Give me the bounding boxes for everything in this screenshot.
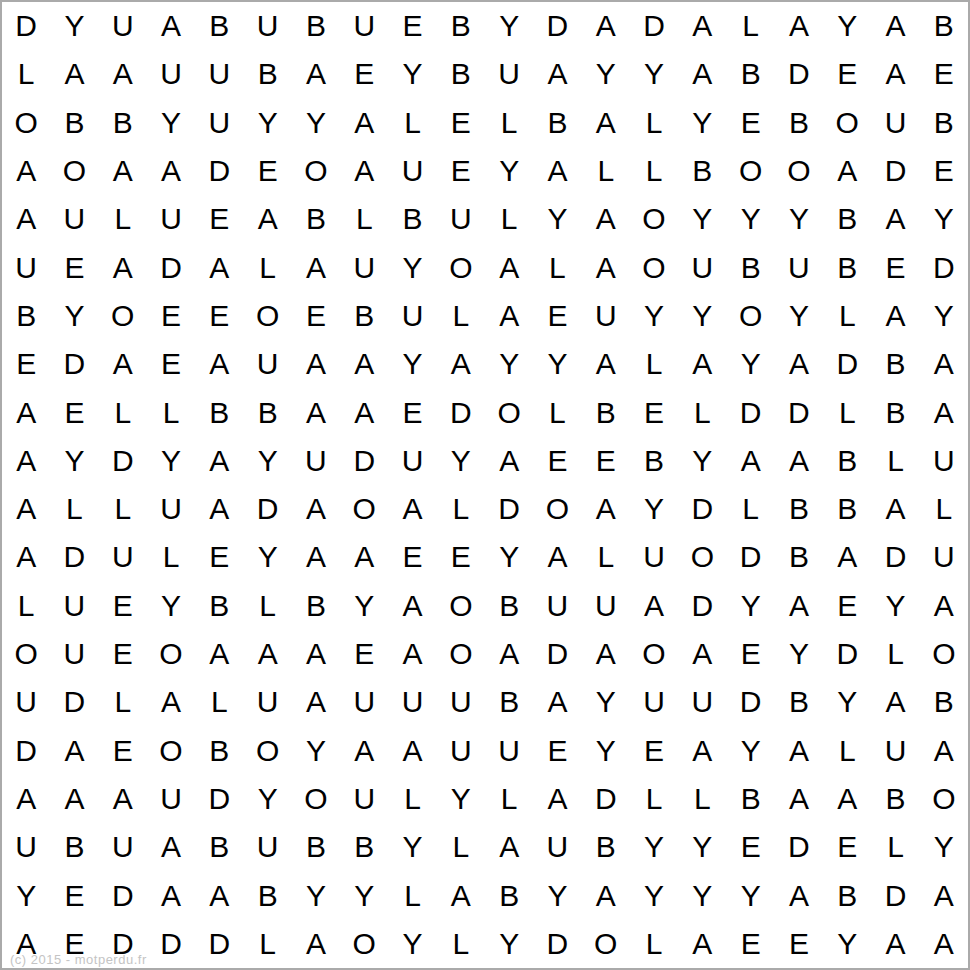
grid-cell[interactable]: B: [243, 871, 291, 919]
grid-cell[interactable]: A: [2, 775, 50, 823]
grid-cell[interactable]: B: [678, 147, 726, 195]
grid-cell[interactable]: A: [195, 243, 243, 291]
grid-cell[interactable]: L: [243, 582, 291, 630]
grid-cell[interactable]: B: [437, 2, 485, 50]
grid-cell[interactable]: B: [920, 99, 968, 147]
grid-cell[interactable]: A: [582, 630, 630, 678]
grid-cell[interactable]: E: [726, 920, 774, 968]
grid-cell[interactable]: Y: [920, 292, 968, 340]
grid-cell[interactable]: O: [775, 147, 823, 195]
grid-cell[interactable]: O: [678, 533, 726, 581]
grid-cell[interactable]: E: [388, 2, 436, 50]
grid-cell[interactable]: Y: [678, 99, 726, 147]
grid-cell[interactable]: B: [50, 99, 98, 147]
grid-cell[interactable]: B: [775, 533, 823, 581]
grid-cell[interactable]: A: [871, 292, 919, 340]
grid-cell[interactable]: B: [340, 823, 388, 871]
grid-cell[interactable]: A: [99, 340, 147, 388]
grid-cell[interactable]: O: [582, 920, 630, 968]
grid-cell[interactable]: D: [2, 726, 50, 774]
grid-cell[interactable]: E: [99, 630, 147, 678]
grid-cell[interactable]: B: [243, 50, 291, 98]
grid-cell[interactable]: L: [99, 678, 147, 726]
grid-cell[interactable]: D: [50, 678, 98, 726]
grid-cell[interactable]: L: [437, 823, 485, 871]
grid-cell[interactable]: E: [50, 243, 98, 291]
grid-cell[interactable]: D: [823, 630, 871, 678]
grid-cell[interactable]: L: [582, 533, 630, 581]
grid-cell[interactable]: A: [775, 340, 823, 388]
grid-cell[interactable]: B: [485, 871, 533, 919]
grid-cell[interactable]: D: [726, 388, 774, 436]
grid-cell[interactable]: A: [582, 485, 630, 533]
grid-cell[interactable]: L: [388, 871, 436, 919]
grid-cell[interactable]: O: [2, 99, 50, 147]
grid-cell[interactable]: O: [2, 630, 50, 678]
grid-cell[interactable]: B: [340, 292, 388, 340]
grid-cell[interactable]: D: [2, 2, 50, 50]
grid-cell[interactable]: Y: [726, 340, 774, 388]
grid-cell[interactable]: A: [678, 340, 726, 388]
grid-cell[interactable]: A: [292, 533, 340, 581]
grid-cell[interactable]: U: [50, 582, 98, 630]
grid-cell[interactable]: L: [2, 50, 50, 98]
grid-cell[interactable]: U: [243, 340, 291, 388]
grid-cell[interactable]: Y: [533, 340, 581, 388]
grid-cell[interactable]: A: [388, 485, 436, 533]
grid-cell[interactable]: L: [630, 775, 678, 823]
grid-cell[interactable]: B: [582, 388, 630, 436]
grid-cell[interactable]: Y: [678, 871, 726, 919]
grid-cell[interactable]: L: [582, 147, 630, 195]
grid-cell[interactable]: Y: [533, 871, 581, 919]
grid-cell[interactable]: Y: [678, 437, 726, 485]
grid-cell[interactable]: E: [775, 920, 823, 968]
grid-cell[interactable]: Y: [485, 340, 533, 388]
grid-cell[interactable]: U: [437, 195, 485, 243]
grid-cell[interactable]: Y: [485, 2, 533, 50]
grid-cell[interactable]: A: [50, 775, 98, 823]
grid-cell[interactable]: E: [630, 388, 678, 436]
grid-cell[interactable]: L: [243, 920, 291, 968]
grid-cell[interactable]: D: [630, 2, 678, 50]
grid-cell[interactable]: Y: [243, 533, 291, 581]
grid-cell[interactable]: U: [2, 678, 50, 726]
grid-cell[interactable]: A: [147, 871, 195, 919]
grid-cell[interactable]: E: [340, 630, 388, 678]
grid-cell[interactable]: O: [243, 292, 291, 340]
grid-cell[interactable]: A: [485, 243, 533, 291]
grid-cell[interactable]: Y: [388, 920, 436, 968]
grid-cell[interactable]: U: [388, 437, 436, 485]
grid-cell[interactable]: A: [340, 388, 388, 436]
grid-cell[interactable]: B: [726, 775, 774, 823]
grid-cell[interactable]: U: [50, 630, 98, 678]
grid-cell[interactable]: Y: [2, 871, 50, 919]
grid-cell[interactable]: E: [726, 99, 774, 147]
grid-cell[interactable]: A: [533, 678, 581, 726]
grid-cell[interactable]: A: [292, 50, 340, 98]
grid-cell[interactable]: E: [195, 195, 243, 243]
grid-cell[interactable]: L: [871, 630, 919, 678]
grid-cell[interactable]: U: [485, 50, 533, 98]
grid-cell[interactable]: A: [582, 195, 630, 243]
grid-cell[interactable]: Y: [630, 871, 678, 919]
grid-cell[interactable]: E: [243, 147, 291, 195]
grid-cell[interactable]: E: [437, 147, 485, 195]
grid-cell[interactable]: B: [388, 195, 436, 243]
grid-cell[interactable]: L: [388, 99, 436, 147]
grid-cell[interactable]: U: [2, 243, 50, 291]
grid-cell[interactable]: A: [630, 582, 678, 630]
grid-cell[interactable]: O: [340, 920, 388, 968]
grid-cell[interactable]: U: [630, 533, 678, 581]
grid-cell[interactable]: A: [99, 243, 147, 291]
grid-cell[interactable]: B: [292, 582, 340, 630]
grid-cell[interactable]: O: [147, 630, 195, 678]
grid-cell[interactable]: A: [292, 920, 340, 968]
grid-cell[interactable]: Y: [678, 823, 726, 871]
grid-cell[interactable]: U: [340, 678, 388, 726]
grid-cell[interactable]: B: [195, 726, 243, 774]
grid-cell[interactable]: B: [485, 582, 533, 630]
grid-cell[interactable]: A: [533, 775, 581, 823]
grid-cell[interactable]: L: [2, 582, 50, 630]
grid-cell[interactable]: A: [920, 871, 968, 919]
grid-cell[interactable]: A: [99, 147, 147, 195]
grid-cell[interactable]: A: [582, 99, 630, 147]
grid-cell[interactable]: B: [195, 582, 243, 630]
grid-cell[interactable]: Y: [388, 243, 436, 291]
grid-cell[interactable]: E: [823, 823, 871, 871]
grid-cell[interactable]: L: [340, 195, 388, 243]
grid-cell[interactable]: A: [582, 871, 630, 919]
grid-cell[interactable]: L: [533, 243, 581, 291]
grid-cell[interactable]: U: [195, 99, 243, 147]
grid-cell[interactable]: Y: [147, 582, 195, 630]
grid-cell[interactable]: A: [340, 726, 388, 774]
grid-cell[interactable]: U: [533, 823, 581, 871]
grid-cell[interactable]: Y: [485, 920, 533, 968]
grid-cell[interactable]: U: [99, 2, 147, 50]
grid-cell[interactable]: O: [437, 243, 485, 291]
grid-cell[interactable]: U: [437, 726, 485, 774]
grid-cell[interactable]: D: [99, 437, 147, 485]
grid-cell[interactable]: B: [195, 823, 243, 871]
grid-cell[interactable]: O: [147, 726, 195, 774]
grid-cell[interactable]: A: [582, 340, 630, 388]
grid-cell[interactable]: O: [823, 99, 871, 147]
grid-cell[interactable]: A: [726, 437, 774, 485]
grid-cell[interactable]: U: [243, 678, 291, 726]
grid-cell[interactable]: D: [340, 437, 388, 485]
grid-cell[interactable]: D: [726, 533, 774, 581]
grid-cell[interactable]: Y: [292, 871, 340, 919]
grid-cell[interactable]: Y: [147, 99, 195, 147]
grid-cell[interactable]: Y: [485, 147, 533, 195]
grid-cell[interactable]: B: [775, 485, 823, 533]
grid-cell[interactable]: A: [2, 533, 50, 581]
grid-cell[interactable]: Y: [823, 2, 871, 50]
grid-cell[interactable]: O: [726, 292, 774, 340]
grid-cell[interactable]: U: [147, 195, 195, 243]
grid-cell[interactable]: Y: [582, 50, 630, 98]
grid-cell[interactable]: D: [871, 147, 919, 195]
grid-cell[interactable]: L: [823, 388, 871, 436]
grid-cell[interactable]: E: [726, 823, 774, 871]
grid-cell[interactable]: L: [99, 388, 147, 436]
grid-cell[interactable]: D: [582, 775, 630, 823]
grid-cell[interactable]: A: [388, 630, 436, 678]
grid-cell[interactable]: U: [871, 99, 919, 147]
grid-cell[interactable]: Y: [243, 99, 291, 147]
grid-cell[interactable]: O: [99, 292, 147, 340]
grid-cell[interactable]: D: [678, 582, 726, 630]
grid-cell[interactable]: O: [920, 630, 968, 678]
grid-cell[interactable]: U: [243, 823, 291, 871]
grid-cell[interactable]: Y: [630, 485, 678, 533]
grid-cell[interactable]: E: [50, 871, 98, 919]
grid-cell[interactable]: A: [920, 726, 968, 774]
grid-cell[interactable]: L: [630, 920, 678, 968]
grid-cell[interactable]: D: [147, 243, 195, 291]
grid-cell[interactable]: U: [485, 726, 533, 774]
grid-cell[interactable]: L: [437, 920, 485, 968]
grid-cell[interactable]: L: [243, 243, 291, 291]
grid-cell[interactable]: A: [2, 388, 50, 436]
grid-cell[interactable]: E: [726, 630, 774, 678]
grid-cell[interactable]: A: [775, 775, 823, 823]
grid-cell[interactable]: A: [775, 871, 823, 919]
grid-cell[interactable]: B: [823, 437, 871, 485]
grid-cell[interactable]: L: [630, 99, 678, 147]
grid-cell[interactable]: B: [243, 388, 291, 436]
grid-cell[interactable]: D: [195, 147, 243, 195]
grid-cell[interactable]: D: [243, 485, 291, 533]
grid-cell[interactable]: Y: [437, 775, 485, 823]
grid-cell[interactable]: U: [388, 292, 436, 340]
grid-cell[interactable]: L: [485, 195, 533, 243]
grid-cell[interactable]: Y: [50, 2, 98, 50]
grid-cell[interactable]: A: [388, 726, 436, 774]
grid-cell[interactable]: L: [147, 533, 195, 581]
grid-cell[interactable]: B: [582, 823, 630, 871]
grid-cell[interactable]: Y: [147, 437, 195, 485]
grid-cell[interactable]: B: [437, 50, 485, 98]
grid-cell[interactable]: E: [582, 437, 630, 485]
grid-cell[interactable]: O: [726, 147, 774, 195]
grid-cell[interactable]: A: [340, 147, 388, 195]
grid-cell[interactable]: L: [437, 292, 485, 340]
grid-cell[interactable]: Y: [388, 50, 436, 98]
grid-cell[interactable]: D: [195, 775, 243, 823]
grid-cell[interactable]: Y: [775, 195, 823, 243]
grid-cell[interactable]: L: [485, 775, 533, 823]
grid-cell[interactable]: A: [775, 437, 823, 485]
grid-cell[interactable]: A: [871, 920, 919, 968]
grid-cell[interactable]: E: [388, 533, 436, 581]
grid-cell[interactable]: U: [292, 437, 340, 485]
grid-cell[interactable]: L: [533, 388, 581, 436]
grid-cell[interactable]: A: [2, 195, 50, 243]
grid-cell[interactable]: E: [99, 582, 147, 630]
grid-cell[interactable]: A: [147, 678, 195, 726]
grid-cell[interactable]: Y: [630, 823, 678, 871]
grid-cell[interactable]: D: [195, 920, 243, 968]
grid-cell[interactable]: E: [99, 726, 147, 774]
grid-cell[interactable]: B: [775, 678, 823, 726]
grid-cell[interactable]: A: [485, 437, 533, 485]
grid-cell[interactable]: E: [533, 726, 581, 774]
grid-cell[interactable]: U: [99, 533, 147, 581]
grid-cell[interactable]: Y: [533, 195, 581, 243]
grid-cell[interactable]: A: [582, 2, 630, 50]
grid-cell[interactable]: D: [775, 388, 823, 436]
grid-cell[interactable]: A: [243, 195, 291, 243]
grid-cell[interactable]: A: [871, 50, 919, 98]
grid-cell[interactable]: L: [678, 775, 726, 823]
grid-cell[interactable]: A: [533, 147, 581, 195]
grid-cell[interactable]: L: [823, 292, 871, 340]
grid-cell[interactable]: B: [871, 388, 919, 436]
grid-cell[interactable]: E: [195, 292, 243, 340]
grid-cell[interactable]: O: [243, 726, 291, 774]
grid-cell[interactable]: U: [147, 485, 195, 533]
grid-cell[interactable]: D: [147, 920, 195, 968]
grid-cell[interactable]: A: [50, 50, 98, 98]
grid-cell[interactable]: D: [726, 678, 774, 726]
grid-cell[interactable]: Y: [775, 630, 823, 678]
grid-cell[interactable]: A: [147, 823, 195, 871]
grid-cell[interactable]: A: [195, 485, 243, 533]
grid-cell[interactable]: E: [920, 50, 968, 98]
grid-cell[interactable]: Y: [678, 292, 726, 340]
grid-cell[interactable]: B: [99, 99, 147, 147]
grid-cell[interactable]: B: [2, 292, 50, 340]
grid-cell[interactable]: E: [823, 582, 871, 630]
grid-cell[interactable]: E: [823, 50, 871, 98]
grid-cell[interactable]: A: [485, 630, 533, 678]
grid-cell[interactable]: D: [823, 340, 871, 388]
grid-cell[interactable]: A: [340, 340, 388, 388]
grid-cell[interactable]: U: [340, 243, 388, 291]
grid-cell[interactable]: A: [678, 726, 726, 774]
grid-cell[interactable]: Y: [630, 292, 678, 340]
grid-cell[interactable]: A: [582, 243, 630, 291]
grid-cell[interactable]: L: [99, 485, 147, 533]
grid-cell[interactable]: U: [147, 50, 195, 98]
grid-cell[interactable]: D: [871, 871, 919, 919]
grid-cell[interactable]: U: [195, 50, 243, 98]
grid-cell[interactable]: U: [775, 243, 823, 291]
grid-cell[interactable]: Y: [678, 195, 726, 243]
grid-cell[interactable]: D: [437, 388, 485, 436]
grid-cell[interactable]: E: [533, 292, 581, 340]
grid-cell[interactable]: O: [920, 775, 968, 823]
grid-cell[interactable]: U: [50, 195, 98, 243]
grid-cell[interactable]: A: [99, 50, 147, 98]
grid-cell[interactable]: E: [195, 533, 243, 581]
grid-cell[interactable]: O: [292, 775, 340, 823]
grid-cell[interactable]: Y: [388, 823, 436, 871]
grid-cell[interactable]: A: [292, 678, 340, 726]
grid-cell[interactable]: Y: [388, 340, 436, 388]
grid-cell[interactable]: E: [388, 388, 436, 436]
grid-cell[interactable]: E: [437, 533, 485, 581]
grid-cell[interactable]: U: [388, 147, 436, 195]
grid-cell[interactable]: Y: [243, 775, 291, 823]
grid-cell[interactable]: Y: [340, 582, 388, 630]
grid-cell[interactable]: E: [147, 340, 195, 388]
grid-cell[interactable]: A: [678, 920, 726, 968]
grid-cell[interactable]: A: [920, 340, 968, 388]
grid-cell[interactable]: A: [2, 485, 50, 533]
grid-cell[interactable]: Y: [726, 871, 774, 919]
grid-cell[interactable]: B: [823, 195, 871, 243]
grid-cell[interactable]: A: [195, 437, 243, 485]
grid-cell[interactable]: O: [292, 147, 340, 195]
grid-cell[interactable]: L: [388, 775, 436, 823]
grid-cell[interactable]: O: [50, 147, 98, 195]
grid-cell[interactable]: L: [726, 485, 774, 533]
grid-cell[interactable]: D: [533, 2, 581, 50]
grid-cell[interactable]: A: [292, 340, 340, 388]
grid-cell[interactable]: A: [775, 582, 823, 630]
grid-cell[interactable]: Y: [582, 678, 630, 726]
grid-cell[interactable]: U: [630, 678, 678, 726]
grid-cell[interactable]: L: [630, 147, 678, 195]
grid-cell[interactable]: U: [437, 678, 485, 726]
grid-cell[interactable]: Y: [871, 582, 919, 630]
grid-cell[interactable]: A: [871, 2, 919, 50]
grid-cell[interactable]: A: [533, 50, 581, 98]
grid-cell[interactable]: B: [195, 2, 243, 50]
grid-cell[interactable]: B: [920, 2, 968, 50]
grid-cell[interactable]: O: [340, 485, 388, 533]
grid-cell[interactable]: B: [292, 195, 340, 243]
grid-cell[interactable]: A: [485, 292, 533, 340]
grid-cell[interactable]: D: [871, 533, 919, 581]
grid-cell[interactable]: L: [50, 485, 98, 533]
grid-cell[interactable]: A: [775, 2, 823, 50]
grid-cell[interactable]: D: [533, 630, 581, 678]
grid-cell[interactable]: D: [533, 920, 581, 968]
grid-cell[interactable]: A: [823, 533, 871, 581]
grid-cell[interactable]: L: [920, 485, 968, 533]
grid-cell[interactable]: Y: [292, 99, 340, 147]
grid-cell[interactable]: A: [340, 99, 388, 147]
grid-cell[interactable]: A: [2, 147, 50, 195]
grid-cell[interactable]: O: [533, 485, 581, 533]
grid-cell[interactable]: Y: [340, 871, 388, 919]
grid-cell[interactable]: A: [437, 340, 485, 388]
grid-cell[interactable]: L: [147, 388, 195, 436]
grid-cell[interactable]: E: [437, 99, 485, 147]
grid-cell[interactable]: O: [437, 582, 485, 630]
grid-cell[interactable]: A: [243, 630, 291, 678]
grid-cell[interactable]: A: [2, 437, 50, 485]
grid-cell[interactable]: Y: [50, 292, 98, 340]
grid-cell[interactable]: D: [920, 243, 968, 291]
grid-cell[interactable]: A: [871, 485, 919, 533]
grid-cell[interactable]: B: [292, 823, 340, 871]
grid-cell[interactable]: L: [678, 388, 726, 436]
grid-cell[interactable]: E: [533, 437, 581, 485]
grid-cell[interactable]: U: [920, 533, 968, 581]
grid-cell[interactable]: Y: [582, 726, 630, 774]
grid-cell[interactable]: U: [871, 726, 919, 774]
grid-cell[interactable]: E: [871, 243, 919, 291]
